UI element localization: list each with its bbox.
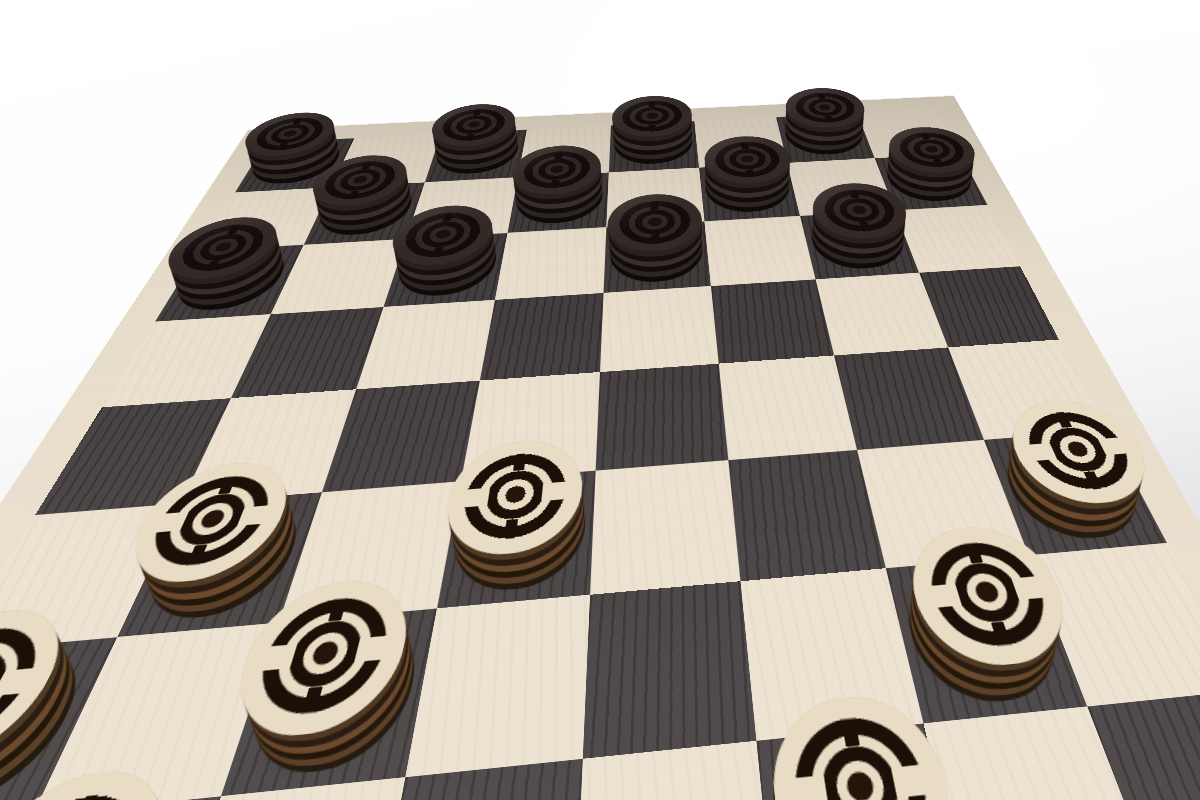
square-b5[interactable] — [230, 307, 383, 398]
piece-dark-man[interactable] — [703, 165, 794, 218]
ring-maze-gap — [825, 116, 833, 122]
ring-maze-gap — [278, 143, 288, 149]
ring-maze-gap — [328, 602, 345, 621]
square-e4[interactable] — [596, 364, 728, 471]
ring-maze-gap — [648, 102, 654, 107]
piece-dark-man[interactable] — [390, 236, 501, 302]
ring-maze-gap — [843, 723, 860, 747]
ring-maze-gap — [303, 686, 322, 709]
square-d3[interactable] — [436, 470, 595, 608]
piece-light-man[interactable] — [992, 435, 1157, 548]
piece-dark-man[interactable] — [781, 116, 869, 160]
ring-maze-gap — [473, 110, 481, 115]
ring-maze-gap — [555, 153, 563, 159]
ring-maze-gap — [991, 622, 1009, 642]
ring-maze-gap — [218, 479, 235, 494]
square-e2[interactable] — [583, 581, 756, 758]
ring-maze-gap — [362, 163, 372, 170]
ring-maze-gap — [746, 169, 754, 176]
ring-maze-gap — [505, 519, 518, 535]
ring-maze-gap — [649, 125, 656, 131]
board-surface — [0, 96, 1200, 800]
ring-maze-gap — [0, 632, 3, 652]
ring-maze-gap — [551, 180, 559, 187]
ring-maze-gap — [514, 457, 526, 471]
square-d5[interactable] — [479, 293, 603, 381]
piece-light-man[interactable] — [445, 476, 588, 600]
square-e8[interactable] — [609, 121, 699, 172]
square-e6[interactable] — [604, 221, 711, 292]
ring-maze-gap — [859, 222, 869, 230]
ring-maze-gap — [433, 247, 443, 255]
ring-maze-gap — [443, 214, 453, 222]
ring-maze-gap — [741, 143, 749, 149]
piece-dark-man[interactable] — [430, 132, 521, 179]
ring-maze-gap — [966, 546, 982, 563]
piece-dark-man[interactable] — [513, 175, 605, 230]
ring-maze-gap — [349, 191, 359, 198]
square-g8[interactable] — [776, 113, 874, 162]
square-d7[interactable] — [507, 172, 609, 233]
ring-maze-gap — [849, 191, 858, 198]
square-f7[interactable] — [699, 163, 800, 222]
ring-maze-gap — [292, 119, 302, 125]
ring-maze-gap — [189, 545, 208, 562]
square-e3[interactable] — [590, 460, 740, 595]
piece-light-man[interactable] — [234, 617, 427, 785]
board-grid — [0, 109, 1200, 800]
square-f5[interactable] — [710, 279, 834, 364]
piece-light-man[interactable] — [895, 563, 1075, 713]
piece-dark-man[interactable] — [609, 225, 705, 289]
ring-maze-gap — [1084, 472, 1101, 487]
square-f4[interactable] — [718, 355, 857, 459]
checkers-board — [0, 96, 1200, 800]
piece-light-man[interactable] — [765, 733, 962, 800]
square-c4[interactable] — [322, 381, 479, 492]
ring-maze-gap — [921, 134, 930, 140]
photo-stage — [0, 0, 1200, 800]
ring-maze-gap — [227, 226, 239, 234]
ring-maze-gap — [206, 260, 219, 269]
piece-dark-man[interactable] — [806, 213, 913, 275]
piece-dark-man[interactable] — [614, 124, 695, 170]
ring-maze-gap — [1057, 415, 1072, 428]
ring-maze-gap — [466, 134, 474, 140]
ring-maze-gap — [933, 159, 943, 165]
ring-maze-gap — [651, 234, 659, 242]
ring-maze-gap — [817, 94, 825, 99]
square-a6[interactable] — [155, 245, 303, 321]
square-g6[interactable] — [800, 210, 918, 279]
square-c6[interactable] — [384, 233, 508, 307]
perspective-scene — [0, 0, 1200, 800]
square-c8[interactable] — [425, 130, 527, 182]
ring-maze-gap — [651, 202, 658, 209]
